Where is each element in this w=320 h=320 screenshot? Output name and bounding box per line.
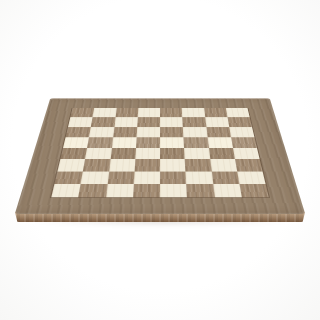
square[interactable] (233, 148, 260, 159)
square[interactable] (137, 117, 160, 127)
square[interactable] (209, 148, 235, 159)
square[interactable] (210, 159, 237, 171)
square[interactable] (184, 137, 209, 148)
chess-board (15, 98, 305, 214)
square[interactable] (112, 137, 137, 148)
square[interactable] (54, 171, 83, 184)
square[interactable] (113, 127, 137, 137)
square[interactable] (114, 117, 138, 127)
square[interactable] (109, 159, 135, 171)
square[interactable] (239, 184, 269, 197)
square[interactable] (183, 127, 207, 137)
photo-background (0, 0, 320, 320)
square[interactable] (107, 171, 134, 184)
square[interactable] (237, 171, 266, 184)
square[interactable] (186, 171, 213, 184)
square[interactable] (226, 108, 250, 117)
square[interactable] (211, 171, 239, 184)
square[interactable] (207, 137, 233, 148)
square[interactable] (68, 117, 93, 127)
square[interactable] (135, 148, 160, 159)
square[interactable] (160, 159, 186, 171)
square[interactable] (81, 171, 109, 184)
square[interactable] (133, 184, 160, 197)
square[interactable] (136, 137, 160, 148)
square[interactable] (57, 159, 85, 171)
square[interactable] (134, 171, 160, 184)
square[interactable] (160, 184, 187, 197)
square[interactable] (182, 108, 205, 117)
square[interactable] (70, 108, 94, 117)
square[interactable] (138, 108, 160, 117)
square[interactable] (115, 108, 138, 117)
square[interactable] (83, 159, 110, 171)
square[interactable] (186, 184, 214, 197)
square[interactable] (51, 184, 81, 197)
square[interactable] (184, 148, 210, 159)
square[interactable] (160, 148, 185, 159)
square[interactable] (136, 127, 160, 137)
board-frame (15, 98, 305, 214)
square[interactable] (85, 148, 111, 159)
square[interactable] (182, 117, 206, 127)
square[interactable] (204, 108, 228, 117)
square[interactable] (66, 127, 91, 137)
square[interactable] (205, 117, 229, 127)
square[interactable] (87, 137, 113, 148)
square[interactable] (134, 159, 160, 171)
square[interactable] (229, 127, 254, 137)
square[interactable] (160, 137, 184, 148)
square[interactable] (160, 127, 184, 137)
square[interactable] (213, 184, 242, 197)
square[interactable] (160, 108, 182, 117)
board-grid (51, 108, 268, 197)
square[interactable] (110, 148, 136, 159)
square[interactable] (60, 148, 87, 159)
square[interactable] (235, 159, 263, 171)
square[interactable] (106, 184, 134, 197)
square[interactable] (185, 159, 211, 171)
square[interactable] (160, 171, 186, 184)
square[interactable] (160, 117, 183, 127)
square[interactable] (89, 127, 114, 137)
square[interactable] (93, 108, 117, 117)
square[interactable] (231, 137, 257, 148)
square[interactable] (78, 184, 107, 197)
square[interactable] (227, 117, 252, 127)
square[interactable] (206, 127, 231, 137)
square[interactable] (63, 137, 89, 148)
square[interactable] (91, 117, 115, 127)
